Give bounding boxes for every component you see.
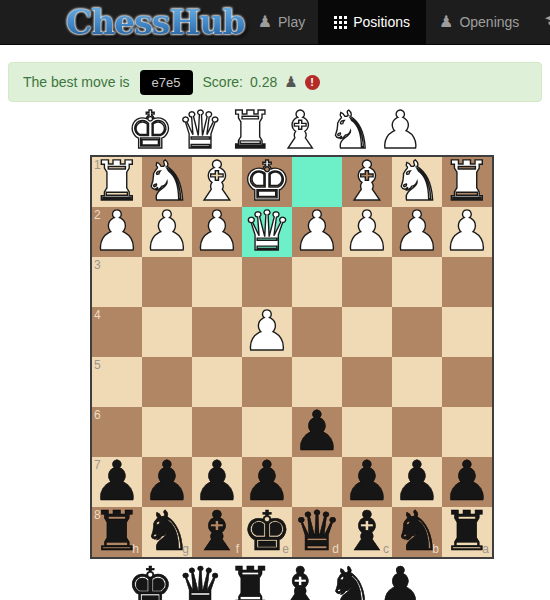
- white-pawn-d2[interactable]: ♟: [292, 205, 342, 257]
- file-label-h: h: [132, 542, 139, 556]
- best-move-badge: e7e5: [140, 70, 193, 95]
- grid-icon: [334, 16, 347, 29]
- brand-text: ChessHub: [66, 0, 245, 45]
- square-a4[interactable]: [442, 307, 492, 357]
- spare-white-pawn[interactable]: ♟: [377, 107, 423, 153]
- white-piece-palette: ♚♛♜♝♞♟: [0, 109, 550, 153]
- white-pawn-c2[interactable]: ♟: [342, 205, 392, 257]
- navbar: ChessHub ♟ Play Positions ♟ Openings Tra…: [0, 0, 550, 45]
- white-pawn-a2[interactable]: ♟: [442, 205, 492, 257]
- graduation-cap-icon: [545, 14, 550, 30]
- rank-label-7: 7: [94, 458, 101, 472]
- white-pawn-f2[interactable]: ♟: [192, 205, 242, 257]
- square-h2[interactable]: 2♟: [92, 207, 142, 257]
- square-d6[interactable]: ♟: [292, 407, 342, 457]
- square-e8[interactable]: e♚: [242, 507, 292, 557]
- square-d8[interactable]: d♛: [292, 507, 342, 557]
- file-label-b: b: [432, 542, 439, 556]
- square-a8[interactable]: a♜: [442, 507, 492, 557]
- rank-label-3: 3: [94, 258, 101, 272]
- square-b3[interactable]: [392, 257, 442, 307]
- square-c5[interactable]: [342, 357, 392, 407]
- nav-item-label: Openings: [459, 14, 519, 30]
- spare-black-queen[interactable]: ♛: [177, 563, 223, 600]
- file-label-f: f: [236, 542, 239, 556]
- pawn-icon: ♟: [439, 14, 453, 30]
- rank-label-1: 1: [94, 158, 101, 172]
- square-e2[interactable]: ♛: [242, 207, 292, 257]
- spare-white-bishop[interactable]: ♝: [277, 107, 323, 153]
- rank-label-8: 8: [94, 508, 101, 522]
- nav-item-openings[interactable]: ♟ Openings: [426, 0, 532, 44]
- square-g3[interactable]: [142, 257, 192, 307]
- square-f5[interactable]: [192, 357, 242, 407]
- nav-item-positions[interactable]: Positions: [318, 0, 426, 44]
- spare-white-knight[interactable]: ♞: [327, 107, 373, 153]
- nav-menu: ♟ Play Positions ♟ Openings Train: [245, 0, 550, 44]
- white-queen-e2[interactable]: ♛: [242, 205, 292, 257]
- score-value: 0.28: [250, 74, 277, 90]
- square-c3[interactable]: [342, 257, 392, 307]
- square-b4[interactable]: [392, 307, 442, 357]
- square-a5[interactable]: [442, 357, 492, 407]
- square-c8[interactable]: c♝: [342, 507, 392, 557]
- square-g5[interactable]: [142, 357, 192, 407]
- square-d2[interactable]: ♟: [292, 207, 342, 257]
- square-g2[interactable]: ♟: [142, 207, 192, 257]
- nav-item-play[interactable]: ♟ Play: [245, 0, 319, 44]
- square-g4[interactable]: [142, 307, 192, 357]
- pawn-icon: ♟: [284, 73, 297, 91]
- spare-white-queen[interactable]: ♛: [177, 107, 223, 153]
- square-g8[interactable]: g♞: [142, 507, 192, 557]
- nav-item-label: Play: [278, 14, 305, 30]
- square-h5[interactable]: 5: [92, 357, 142, 407]
- rank-label-4: 4: [94, 308, 101, 322]
- square-a2[interactable]: ♟: [442, 207, 492, 257]
- square-e5[interactable]: [242, 357, 292, 407]
- white-pawn-e4[interactable]: ♟: [242, 305, 292, 357]
- square-h3[interactable]: 3: [92, 257, 142, 307]
- square-d3[interactable]: [292, 257, 342, 307]
- square-b2[interactable]: ♟: [392, 207, 442, 257]
- spare-black-bishop[interactable]: ♝: [277, 563, 323, 600]
- spare-black-pawn[interactable]: ♟: [377, 563, 423, 600]
- rank-label-6: 6: [94, 408, 101, 422]
- black-pawn-d6[interactable]: ♟: [292, 405, 342, 457]
- best-move-alert: The best move is e7e5 Score: 0.28 ♟ !: [8, 62, 542, 102]
- file-label-c: c: [383, 542, 389, 556]
- square-c4[interactable]: [342, 307, 392, 357]
- brand-logo[interactable]: ChessHub: [0, 0, 245, 44]
- square-a3[interactable]: [442, 257, 492, 307]
- spare-black-rook[interactable]: ♜: [227, 563, 273, 600]
- black-piece-palette: ♚♛♜♝♞♟: [0, 565, 550, 600]
- file-label-g: g: [182, 542, 189, 556]
- square-d4[interactable]: [292, 307, 342, 357]
- spare-white-rook[interactable]: ♜: [227, 107, 273, 153]
- board-wrap: 1♜♞♝♚♝♞♜2♟♟♟♛♟♟♟♟34♟56♟7♟♟♟♟♟♟♟8h♜g♞f♝e♚…: [90, 155, 550, 559]
- file-label-d: d: [332, 542, 339, 556]
- exclamation-circle-icon: !: [305, 75, 320, 90]
- white-pawn-b2[interactable]: ♟: [392, 205, 442, 257]
- square-f2[interactable]: ♟: [192, 207, 242, 257]
- file-label-a: a: [482, 542, 489, 556]
- white-pawn-g2[interactable]: ♟: [142, 205, 192, 257]
- nav-item-train[interactable]: Train: [532, 0, 550, 44]
- spare-black-knight[interactable]: ♞: [327, 563, 373, 600]
- square-b8[interactable]: b♞: [392, 507, 442, 557]
- rank-label-2: 2: [94, 208, 101, 222]
- chess-board: 1♜♞♝♚♝♞♜2♟♟♟♛♟♟♟♟34♟56♟7♟♟♟♟♟♟♟8h♜g♞f♝e♚…: [90, 155, 494, 559]
- square-h8[interactable]: 8h♜: [92, 507, 142, 557]
- spare-white-king[interactable]: ♚: [127, 107, 173, 153]
- square-f4[interactable]: [192, 307, 242, 357]
- square-f3[interactable]: [192, 257, 242, 307]
- rank-label-5: 5: [94, 358, 101, 372]
- nav-item-label: Positions: [353, 14, 410, 30]
- square-e4[interactable]: ♟: [242, 307, 292, 357]
- alert-prefix: The best move is: [23, 74, 130, 90]
- square-f8[interactable]: f♝: [192, 507, 242, 557]
- spare-black-king[interactable]: ♚: [127, 563, 173, 600]
- score-label: Score:: [203, 74, 243, 90]
- square-h4[interactable]: 4: [92, 307, 142, 357]
- pawn-icon: ♟: [258, 14, 272, 30]
- square-c2[interactable]: ♟: [342, 207, 392, 257]
- square-b5[interactable]: [392, 357, 442, 407]
- black-bishop-f8[interactable]: ♝: [192, 505, 242, 557]
- file-label-e: e: [282, 542, 289, 556]
